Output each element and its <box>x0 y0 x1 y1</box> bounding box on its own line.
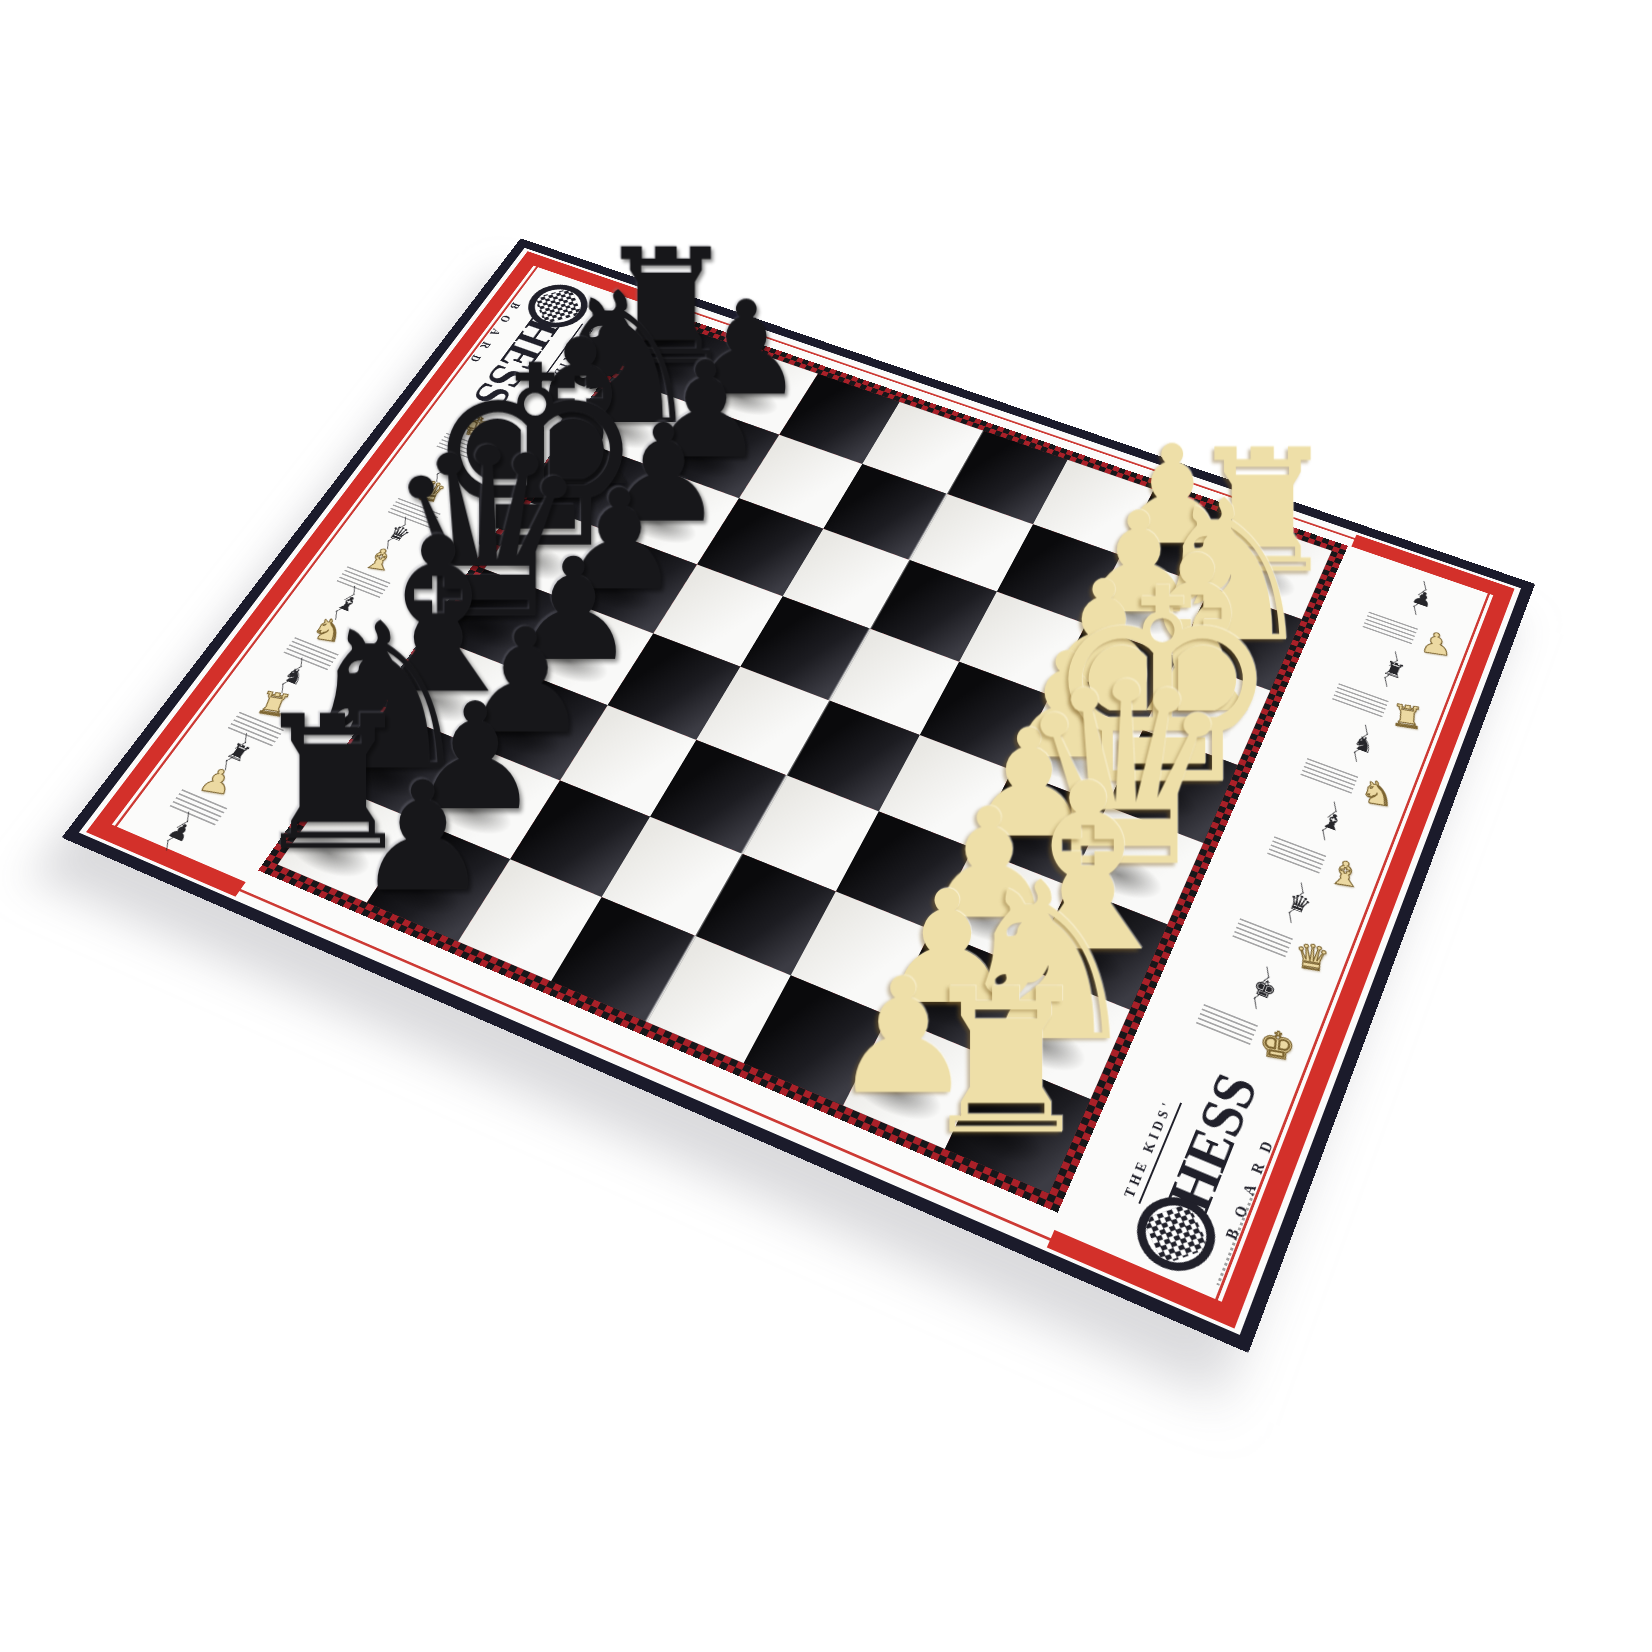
queen-illustration-icon: ♛ <box>1229 912 1335 980</box>
king-illustration-icon-glyph: ♚ <box>1257 1024 1297 1066</box>
copyright-microtext <box>1216 1193 1254 1286</box>
rook-move-diagram-icon: ♜ <box>1380 658 1408 683</box>
knight-illustration-icon: ♞ <box>1298 752 1399 814</box>
white-rook[interactable]: ♜ <box>916 972 1095 1152</box>
logo-series-text: THE KIDS' <box>1120 1095 1181 1203</box>
queen-move-diagram-icon-glyph: ♛ <box>1284 889 1314 918</box>
rule-text-lines <box>1362 611 1418 644</box>
knight-move-diagram-icon: ♞ <box>1349 732 1378 758</box>
pawn-illustration-icon: ♟ <box>169 758 250 826</box>
bishop-move-diagram-icon-glyph: ♝ <box>1317 809 1346 836</box>
rook-illustration-icon-glyph: ♜ <box>1389 700 1424 735</box>
rule-text-lines <box>1195 1004 1257 1046</box>
pawn-illustration-icon-glyph: ♟ <box>1419 627 1454 661</box>
rule-text-lines <box>1300 758 1358 794</box>
pawn-move-diagram-icon-glyph: ♟ <box>1409 587 1436 611</box>
logo-subtitle-text: BOARD <box>1222 1127 1280 1242</box>
logo-title: HESS <box>1125 1063 1274 1283</box>
product-photo-scene: THE KIDS' HESS BOARD ♚♚♛♛♝♝♞♞♜♜♟♟ ♜♟♟♜♞♟… <box>0 0 1652 1652</box>
rule-text-lines <box>1232 918 1293 958</box>
king-move-diagram-icon-glyph: ♚ <box>1249 974 1280 1004</box>
rook-illustration-icon: ♜ <box>1329 678 1428 737</box>
rule-text-lines <box>1267 836 1326 874</box>
bishop-move-diagram-icon: ♝ <box>1317 809 1346 836</box>
pawn-illustration-icon: ♟ <box>1360 606 1457 662</box>
rule-text-lines <box>1332 683 1389 718</box>
knight-illustration-icon-glyph: ♞ <box>1358 775 1395 812</box>
bishop-illustration-icon-glyph: ♝ <box>1326 854 1364 892</box>
black-pawn[interactable]: ♟ <box>355 769 491 905</box>
pawn-move-diagram-icon: ♟ <box>163 819 196 847</box>
pawn-illustration-icon-glyph: ♟ <box>194 764 239 800</box>
chess-logo-checkerboard-c-icon <box>1125 1185 1225 1283</box>
square-a7[interactable]: ♟ <box>367 822 510 941</box>
logo-title-rest: HESS <box>1157 1065 1267 1219</box>
square-a1[interactable]: ♜ <box>945 1057 1091 1193</box>
bishop-illustration-icon: ♝ <box>1264 831 1367 896</box>
queen-illustration-icon-glyph: ♛ <box>1292 937 1331 977</box>
king-illustration-icon: ♚ <box>1193 998 1301 1069</box>
king-move-diagram-icon: ♚ <box>1249 974 1280 1004</box>
knight-move-diagram-icon-glyph: ♞ <box>1349 732 1378 758</box>
pawn-move-diagram-icon-glyph: ♟ <box>163 819 196 847</box>
rook-move-diagram-icon-glyph: ♜ <box>1380 658 1408 683</box>
pawn-move-diagram-icon: ♟ <box>1409 587 1436 611</box>
queen-move-diagram-icon: ♛ <box>1284 889 1314 918</box>
